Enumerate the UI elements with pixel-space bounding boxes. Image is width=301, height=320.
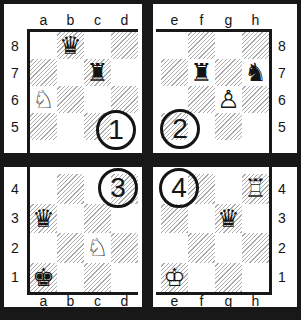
rank-label-5-q2: 5 (273, 113, 291, 140)
rank-label-6-q2: 6 (273, 86, 291, 113)
file-label-e-q2: e (161, 11, 188, 28)
square-a3: ♛ (30, 204, 57, 234)
rank-label-4-q3: 4 (6, 174, 24, 204)
file-label-h-q2: h (242, 11, 269, 28)
circle-1-number: 1 (108, 114, 124, 146)
square-h6 (242, 86, 269, 113)
file-label-c-q3: c (84, 293, 111, 309)
square-a8 (30, 32, 57, 59)
square-g5 (215, 113, 242, 140)
piece-black-queen-g3: ♛ (217, 206, 239, 231)
q3-rank-labels: 4321 (6, 174, 24, 292)
square-c6 (84, 86, 111, 113)
file-label-a-q3: a (30, 293, 57, 309)
square-d8 (111, 32, 138, 59)
square-f8 (188, 32, 215, 59)
square-c7: ♜ (84, 59, 111, 86)
square-c3 (84, 204, 111, 234)
rank-label-7-q2: 7 (273, 59, 291, 86)
square-h5 (242, 113, 269, 140)
piece-white-knight-a6: ♞♘ (32, 87, 54, 112)
file-label-f-q2: f (188, 11, 215, 28)
q4-file-labels: efgh (161, 293, 269, 306)
piece-black-queen-a3: ♛ (32, 206, 54, 231)
circle-4-number: 4 (171, 172, 187, 204)
file-label-d-q1: d (111, 11, 138, 28)
q2-file-labels: efgh (161, 11, 269, 28)
file-label-d-q3: d (111, 293, 138, 309)
square-f3 (188, 204, 215, 234)
rank-label-6-q1: 6 (6, 86, 24, 113)
rank-label-5-q1: 5 (6, 113, 24, 140)
square-d7 (111, 59, 138, 86)
square-a1: ♚ (30, 263, 57, 293)
divider-horizontal (0, 153, 301, 167)
rank-label-7-q1: 7 (6, 59, 24, 86)
square-h3 (242, 204, 269, 234)
q1-rank-labels: 8765 (6, 32, 24, 140)
q2-board-right-edge (269, 29, 272, 153)
square-d3 (111, 204, 138, 234)
piece-black-king-a1: ♚ (32, 265, 54, 290)
piece-black-rook-c7: ♜ (86, 60, 108, 85)
square-b4 (57, 174, 84, 204)
square-g3: ♛ (215, 204, 242, 234)
rank-label-2-q4: 2 (273, 233, 291, 263)
q3-file-labels: abcd (30, 293, 138, 306)
square-b7 (57, 59, 84, 86)
square-c2: ♞♘ (84, 233, 111, 263)
square-g7 (215, 59, 242, 86)
square-b5 (57, 113, 84, 140)
square-a7 (30, 59, 57, 86)
square-g1 (215, 263, 242, 293)
square-f6 (188, 86, 215, 113)
square-f2 (188, 233, 215, 263)
rank-label-3-q4: 3 (273, 204, 291, 234)
square-h8 (242, 32, 269, 59)
rank-label-2-q3: 2 (6, 233, 24, 263)
circle-3-number: 3 (110, 172, 126, 204)
file-label-a-q1: a (30, 11, 57, 28)
square-h1 (242, 263, 269, 293)
square-b8: ♛ (57, 32, 84, 59)
square-g6: ♟♙ (215, 86, 242, 113)
square-b1 (57, 263, 84, 293)
square-a4 (30, 174, 57, 204)
square-h7: ♞ (242, 59, 269, 86)
square-b3 (57, 204, 84, 234)
piece-black-knight-h7: ♞ (244, 60, 266, 85)
q4-rank-labels: 4321 (273, 174, 291, 292)
square-a6: ♞♘ (30, 86, 57, 113)
rank-label-1-q4: 1 (273, 263, 291, 293)
file-label-g-q2: g (215, 11, 242, 28)
q4-board-right-edge (269, 167, 272, 295)
square-g4 (215, 174, 242, 204)
circle-4: 4 (159, 168, 199, 208)
piece-black-rook-f7: ♜ (190, 60, 212, 85)
rank-label-4-q4: 4 (273, 174, 291, 204)
file-label-f-q4: f (188, 293, 215, 309)
square-a2 (30, 233, 57, 263)
circle-3: 3 (98, 168, 138, 208)
square-c8 (84, 32, 111, 59)
piece-white-rook-h4: ♜♖ (244, 176, 266, 201)
square-h2 (242, 233, 269, 263)
square-e3 (161, 204, 188, 234)
square-g2 (215, 233, 242, 263)
square-d2 (111, 233, 138, 263)
square-e7 (161, 59, 188, 86)
chess-puzzle-diagram: abcd efgh abcd efgh 8765 8765 4321 4321 … (0, 0, 301, 320)
square-b6 (57, 86, 84, 113)
file-label-h-q4: h (242, 293, 269, 309)
circle-2-number: 2 (172, 113, 188, 145)
rank-label-3-q3: 3 (6, 204, 24, 234)
square-e1: ♚♔ (161, 263, 188, 293)
piece-black-queen-b8: ♛ (59, 33, 81, 58)
file-label-b-q3: b (57, 293, 84, 309)
square-d6 (111, 86, 138, 113)
square-a5 (30, 113, 57, 140)
square-h4: ♜♖ (242, 174, 269, 204)
square-g8 (215, 32, 242, 59)
square-e8 (161, 32, 188, 59)
square-c1 (84, 263, 111, 293)
square-f1 (188, 263, 215, 293)
file-label-b-q1: b (57, 11, 84, 28)
circle-2: 2 (160, 109, 200, 149)
q2-rank-labels: 8765 (273, 32, 291, 140)
q1-file-labels: abcd (30, 11, 138, 28)
file-label-c-q1: c (84, 11, 111, 28)
rank-label-8-q2: 8 (273, 32, 291, 59)
piece-white-king-e1: ♚♔ (163, 265, 185, 290)
square-b2 (57, 233, 84, 263)
file-label-g-q4: g (215, 293, 242, 309)
rank-label-1-q3: 1 (6, 263, 24, 293)
rank-label-8-q1: 8 (6, 32, 24, 59)
piece-white-pawn-g6: ♟♙ (217, 87, 239, 112)
piece-white-knight-c2: ♞♘ (86, 235, 108, 260)
file-label-e-q4: e (161, 293, 188, 309)
square-e2 (161, 233, 188, 263)
square-f7: ♜ (188, 59, 215, 86)
square-d1 (111, 263, 138, 293)
circle-1: 1 (96, 110, 136, 150)
